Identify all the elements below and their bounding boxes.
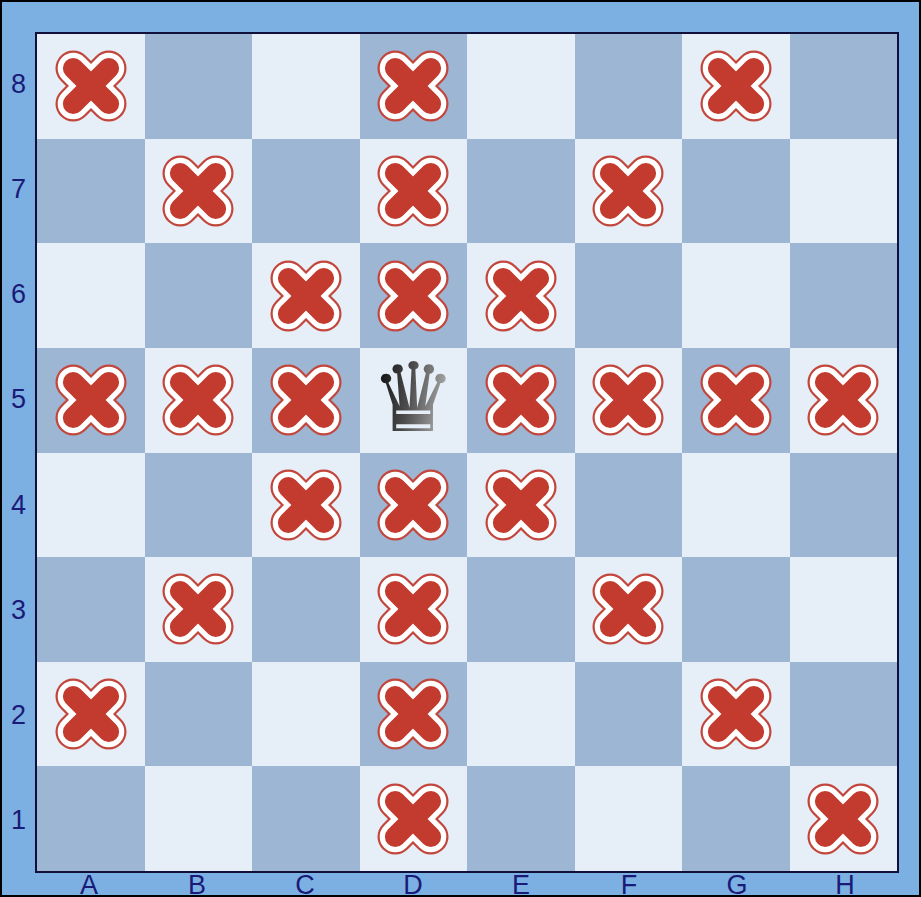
attacked-square-x-icon bbox=[590, 572, 666, 646]
square-f8[interactable] bbox=[575, 34, 683, 139]
square-h2[interactable] bbox=[790, 662, 898, 767]
rank-label-7: 7 bbox=[2, 137, 35, 242]
attacked-square-x-icon bbox=[375, 259, 451, 333]
square-f2[interactable] bbox=[575, 662, 683, 767]
rank-label-1: 1 bbox=[2, 768, 35, 873]
square-a3[interactable] bbox=[37, 557, 145, 662]
file-label-a: A bbox=[35, 873, 143, 897]
attacked-square-x-icon bbox=[160, 363, 236, 437]
square-e3[interactable] bbox=[467, 557, 575, 662]
file-label-b: B bbox=[143, 873, 251, 897]
square-b5[interactable] bbox=[145, 348, 253, 453]
square-g7[interactable] bbox=[682, 139, 790, 244]
attacked-square-x-icon bbox=[698, 677, 774, 751]
attacked-square-x-icon bbox=[53, 49, 129, 123]
square-g1[interactable] bbox=[682, 766, 790, 871]
attacked-square-x-icon bbox=[268, 363, 344, 437]
attacked-square-x-icon bbox=[805, 782, 881, 856]
square-d5[interactable]: ♛ bbox=[360, 348, 468, 453]
attacked-square-x-icon bbox=[375, 49, 451, 123]
attacked-square-x-icon bbox=[483, 363, 559, 437]
square-h7[interactable] bbox=[790, 139, 898, 244]
square-d8[interactable] bbox=[360, 34, 468, 139]
square-g6[interactable] bbox=[682, 243, 790, 348]
rank-label-4: 4 bbox=[2, 453, 35, 558]
square-e4[interactable] bbox=[467, 453, 575, 558]
square-b1[interactable] bbox=[145, 766, 253, 871]
rank-label-3: 3 bbox=[2, 558, 35, 663]
square-a8[interactable] bbox=[37, 34, 145, 139]
square-c5[interactable] bbox=[252, 348, 360, 453]
square-c2[interactable] bbox=[252, 662, 360, 767]
rank-labels: 87654321 bbox=[2, 32, 35, 873]
square-f7[interactable] bbox=[575, 139, 683, 244]
square-h1[interactable] bbox=[790, 766, 898, 871]
attacked-square-x-icon bbox=[160, 572, 236, 646]
black-queen[interactable]: ♛ bbox=[370, 350, 456, 446]
file-label-g: G bbox=[683, 873, 791, 897]
square-h6[interactable] bbox=[790, 243, 898, 348]
square-b7[interactable] bbox=[145, 139, 253, 244]
square-c6[interactable] bbox=[252, 243, 360, 348]
square-h4[interactable] bbox=[790, 453, 898, 558]
rank-label-8: 8 bbox=[2, 32, 35, 137]
attacked-square-x-icon bbox=[375, 154, 451, 228]
square-e2[interactable] bbox=[467, 662, 575, 767]
square-b3[interactable] bbox=[145, 557, 253, 662]
square-a2[interactable] bbox=[37, 662, 145, 767]
file-label-d: D bbox=[359, 873, 467, 897]
attacked-square-x-icon bbox=[590, 363, 666, 437]
square-c8[interactable] bbox=[252, 34, 360, 139]
square-d4[interactable] bbox=[360, 453, 468, 558]
square-f4[interactable] bbox=[575, 453, 683, 558]
square-a5[interactable] bbox=[37, 348, 145, 453]
square-c4[interactable] bbox=[252, 453, 360, 558]
rank-label-6: 6 bbox=[2, 242, 35, 347]
square-c1[interactable] bbox=[252, 766, 360, 871]
square-c3[interactable] bbox=[252, 557, 360, 662]
square-c7[interactable] bbox=[252, 139, 360, 244]
attacked-square-x-icon bbox=[53, 363, 129, 437]
chessboard-diagram: 87654321 ♛ ABCDEFGH bbox=[0, 0, 921, 897]
attacked-square-x-icon bbox=[805, 363, 881, 437]
attacked-square-x-icon bbox=[268, 468, 344, 542]
file-label-f: F bbox=[575, 873, 683, 897]
square-e8[interactable] bbox=[467, 34, 575, 139]
rank-label-5: 5 bbox=[2, 347, 35, 452]
square-f6[interactable] bbox=[575, 243, 683, 348]
square-d1[interactable] bbox=[360, 766, 468, 871]
square-b2[interactable] bbox=[145, 662, 253, 767]
square-g4[interactable] bbox=[682, 453, 790, 558]
square-d3[interactable] bbox=[360, 557, 468, 662]
attacked-square-x-icon bbox=[698, 363, 774, 437]
attacked-square-x-icon bbox=[698, 49, 774, 123]
square-b6[interactable] bbox=[145, 243, 253, 348]
square-f5[interactable] bbox=[575, 348, 683, 453]
square-e7[interactable] bbox=[467, 139, 575, 244]
file-labels: ABCDEFGH bbox=[35, 873, 899, 897]
square-a4[interactable] bbox=[37, 453, 145, 558]
attacked-square-x-icon bbox=[53, 677, 129, 751]
square-g2[interactable] bbox=[682, 662, 790, 767]
file-label-c: C bbox=[251, 873, 359, 897]
file-label-e: E bbox=[467, 873, 575, 897]
square-e6[interactable] bbox=[467, 243, 575, 348]
attacked-square-x-icon bbox=[590, 154, 666, 228]
square-h5[interactable] bbox=[790, 348, 898, 453]
square-e1[interactable] bbox=[467, 766, 575, 871]
square-d6[interactable] bbox=[360, 243, 468, 348]
attacked-square-x-icon bbox=[483, 468, 559, 542]
attacked-square-x-icon bbox=[375, 572, 451, 646]
square-a1[interactable] bbox=[37, 766, 145, 871]
square-b8[interactable] bbox=[145, 34, 253, 139]
attacked-square-x-icon bbox=[268, 259, 344, 333]
attacked-square-x-icon bbox=[375, 468, 451, 542]
square-f1[interactable] bbox=[575, 766, 683, 871]
rank-label-2: 2 bbox=[2, 663, 35, 768]
board: ♛ bbox=[35, 32, 899, 873]
square-a6[interactable] bbox=[37, 243, 145, 348]
square-h3[interactable] bbox=[790, 557, 898, 662]
square-g8[interactable] bbox=[682, 34, 790, 139]
square-e5[interactable] bbox=[467, 348, 575, 453]
file-label-h: H bbox=[791, 873, 899, 897]
square-g5[interactable] bbox=[682, 348, 790, 453]
square-d2[interactable] bbox=[360, 662, 468, 767]
square-g3[interactable] bbox=[682, 557, 790, 662]
attacked-square-x-icon bbox=[483, 259, 559, 333]
square-b4[interactable] bbox=[145, 453, 253, 558]
attacked-square-x-icon bbox=[375, 677, 451, 751]
attacked-square-x-icon bbox=[375, 782, 451, 856]
square-d7[interactable] bbox=[360, 139, 468, 244]
square-a7[interactable] bbox=[37, 139, 145, 244]
square-f3[interactable] bbox=[575, 557, 683, 662]
attacked-square-x-icon bbox=[160, 154, 236, 228]
square-h8[interactable] bbox=[790, 34, 898, 139]
